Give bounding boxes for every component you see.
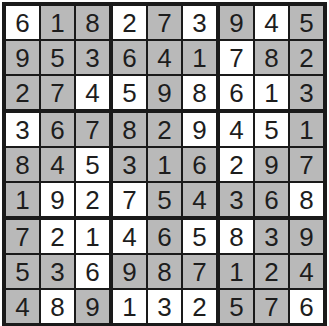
sudoku-box-1: 618953274: [6, 6, 109, 109]
sudoku-cell-r4c4[interactable]: 8: [113, 113, 146, 146]
sudoku-cell-r8c1[interactable]: 5: [6, 255, 39, 288]
sudoku-cell-r2c2[interactable]: 5: [41, 41, 74, 74]
sudoku-box-6: 451297368: [220, 113, 323, 216]
sudoku-cell-r6c5[interactable]: 5: [148, 183, 181, 216]
sudoku-cell-r9c1[interactable]: 4: [6, 290, 39, 323]
sudoku-cell-r2c8[interactable]: 8: [255, 41, 288, 74]
sudoku-cell-r3c8[interactable]: 1: [255, 76, 288, 109]
sudoku-cell-r1c2[interactable]: 1: [41, 6, 74, 39]
sudoku-cell-r8c2[interactable]: 3: [41, 255, 74, 288]
sudoku-cell-r5c4[interactable]: 3: [113, 148, 146, 181]
sudoku-cell-r9c9[interactable]: 6: [290, 290, 323, 323]
sudoku-cell-r6c4[interactable]: 7: [113, 183, 146, 216]
sudoku-cell-r3c4[interactable]: 5: [113, 76, 146, 109]
sudoku-cell-r5c1[interactable]: 8: [6, 148, 39, 181]
sudoku-cell-r8c3[interactable]: 6: [76, 255, 109, 288]
sudoku-cell-r3c1[interactable]: 2: [6, 76, 39, 109]
sudoku-cell-r1c5[interactable]: 7: [148, 6, 181, 39]
sudoku-cell-r3c7[interactable]: 6: [220, 76, 253, 109]
sudoku-cell-r6c1[interactable]: 1: [6, 183, 39, 216]
sudoku-cell-r1c1[interactable]: 6: [6, 6, 39, 39]
sudoku-cell-r5c8[interactable]: 9: [255, 148, 288, 181]
sudoku-cell-r4c3[interactable]: 7: [76, 113, 109, 146]
sudoku-cell-r4c1[interactable]: 3: [6, 113, 39, 146]
sudoku-cell-r9c8[interactable]: 7: [255, 290, 288, 323]
sudoku-cell-r1c7[interactable]: 9: [220, 6, 253, 39]
sudoku-cell-r9c3[interactable]: 9: [76, 290, 109, 323]
sudoku-cell-r6c6[interactable]: 4: [183, 183, 216, 216]
sudoku-cell-r4c6[interactable]: 9: [183, 113, 216, 146]
sudoku-cell-r9c2[interactable]: 8: [41, 290, 74, 323]
sudoku-box-4: 367845192: [6, 113, 109, 216]
sudoku-cell-r9c5[interactable]: 3: [148, 290, 181, 323]
sudoku-cell-r6c2[interactable]: 9: [41, 183, 74, 216]
sudoku-cell-r9c6[interactable]: 2: [183, 290, 216, 323]
sudoku-cell-r6c8[interactable]: 6: [255, 183, 288, 216]
sudoku-cell-r1c8[interactable]: 4: [255, 6, 288, 39]
sudoku-cell-r2c5[interactable]: 4: [148, 41, 181, 74]
sudoku-cell-r2c1[interactable]: 9: [6, 41, 39, 74]
sudoku-cell-r4c9[interactable]: 1: [290, 113, 323, 146]
sudoku-cell-r1c6[interactable]: 3: [183, 6, 216, 39]
sudoku-cell-r8c6[interactable]: 7: [183, 255, 216, 288]
sudoku-cell-r1c3[interactable]: 8: [76, 6, 109, 39]
sudoku-cell-r3c6[interactable]: 8: [183, 76, 216, 109]
sudoku-cell-r4c7[interactable]: 4: [220, 113, 253, 146]
sudoku-cell-r7c6[interactable]: 5: [183, 220, 216, 253]
sudoku-cell-r7c7[interactable]: 8: [220, 220, 253, 253]
sudoku-cell-r7c8[interactable]: 3: [255, 220, 288, 253]
sudoku-cell-r7c2[interactable]: 2: [41, 220, 74, 253]
sudoku-cell-r7c1[interactable]: 7: [6, 220, 39, 253]
sudoku-board: 6189532742736415989457826133678451928293…: [2, 2, 327, 326]
sudoku-cell-r3c2[interactable]: 7: [41, 76, 74, 109]
sudoku-cell-r9c4[interactable]: 1: [113, 290, 146, 323]
sudoku-cell-r8c8[interactable]: 2: [255, 255, 288, 288]
sudoku-cell-r6c3[interactable]: 2: [76, 183, 109, 216]
sudoku-box-2: 273641598: [113, 6, 216, 109]
sudoku-cell-r7c5[interactable]: 6: [148, 220, 181, 253]
sudoku-cell-r5c3[interactable]: 5: [76, 148, 109, 181]
sudoku-cell-r2c4[interactable]: 6: [113, 41, 146, 74]
sudoku-cell-r5c7[interactable]: 2: [220, 148, 253, 181]
sudoku-cell-r5c5[interactable]: 1: [148, 148, 181, 181]
sudoku-cell-r1c4[interactable]: 2: [113, 6, 146, 39]
sudoku-cell-r4c5[interactable]: 2: [148, 113, 181, 146]
sudoku-cell-r5c9[interactable]: 7: [290, 148, 323, 181]
sudoku-cell-r6c9[interactable]: 8: [290, 183, 323, 216]
sudoku-cell-r6c7[interactable]: 3: [220, 183, 253, 216]
sudoku-cell-r2c9[interactable]: 2: [290, 41, 323, 74]
sudoku-cell-r7c4[interactable]: 4: [113, 220, 146, 253]
sudoku-box-3: 945782613: [220, 6, 323, 109]
sudoku-box-8: 465987132: [113, 220, 216, 323]
sudoku-box-7: 721536489: [6, 220, 109, 323]
sudoku-cell-r5c2[interactable]: 4: [41, 148, 74, 181]
sudoku-cell-r8c4[interactable]: 9: [113, 255, 146, 288]
sudoku-cell-r7c3[interactable]: 1: [76, 220, 109, 253]
sudoku-cell-r9c7[interactable]: 5: [220, 290, 253, 323]
sudoku-cell-r2c6[interactable]: 1: [183, 41, 216, 74]
sudoku-page: 6189532742736415989457826133678451928293…: [0, 0, 329, 326]
sudoku-cell-r8c7[interactable]: 1: [220, 255, 253, 288]
sudoku-cell-r3c5[interactable]: 9: [148, 76, 181, 109]
sudoku-cell-r4c2[interactable]: 6: [41, 113, 74, 146]
sudoku-cell-r3c9[interactable]: 3: [290, 76, 323, 109]
sudoku-cell-r1c9[interactable]: 5: [290, 6, 323, 39]
sudoku-cell-r2c7[interactable]: 7: [220, 41, 253, 74]
sudoku-cell-r3c3[interactable]: 4: [76, 76, 109, 109]
sudoku-cell-r2c3[interactable]: 3: [76, 41, 109, 74]
sudoku-box-5: 829316754: [113, 113, 216, 216]
sudoku-cell-r4c8[interactable]: 5: [255, 113, 288, 146]
sudoku-cell-r7c9[interactable]: 9: [290, 220, 323, 253]
sudoku-cell-r8c9[interactable]: 4: [290, 255, 323, 288]
sudoku-box-9: 839124576: [220, 220, 323, 323]
sudoku-cell-r5c6[interactable]: 6: [183, 148, 216, 181]
sudoku-cell-r8c5[interactable]: 8: [148, 255, 181, 288]
